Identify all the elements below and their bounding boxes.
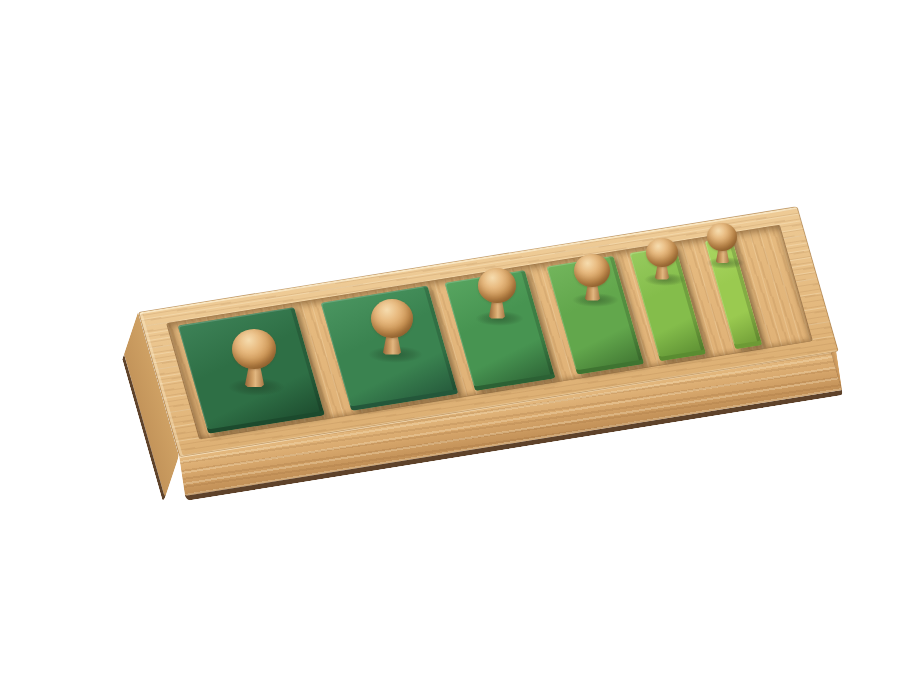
knob-slot-5[interactable] bbox=[646, 238, 678, 280]
knob-slot-4[interactable] bbox=[574, 254, 610, 301]
knob-ball bbox=[371, 299, 413, 338]
knob-ball bbox=[232, 329, 276, 369]
knob-ball bbox=[574, 254, 610, 287]
knob-slot-3[interactable] bbox=[478, 268, 516, 319]
knob-ball bbox=[478, 268, 516, 303]
knob-slot-1[interactable] bbox=[232, 329, 276, 387]
knob-ball bbox=[707, 223, 737, 251]
knob-slot-6[interactable] bbox=[707, 223, 737, 263]
product-photo-scene bbox=[0, 0, 900, 675]
knob-slot-2[interactable] bbox=[371, 299, 413, 355]
knob-ball bbox=[646, 238, 678, 267]
